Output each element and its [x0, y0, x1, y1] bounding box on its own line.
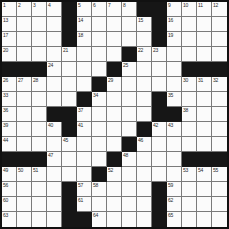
- cell-r7c1[interactable]: [17, 107, 32, 122]
- cell-r9c7[interactable]: [107, 137, 122, 152]
- black-cell-r7c4: [62, 107, 77, 122]
- black-cell-r9c8: [122, 137, 137, 152]
- clue-number: 9: [168, 2, 171, 8]
- cell-r7c6[interactable]: [92, 107, 107, 122]
- black-cell-r7c3: [47, 107, 62, 122]
- cell-r13c1[interactable]: [17, 197, 32, 212]
- cell-r0c13[interactable]: 11: [197, 2, 212, 17]
- cell-r10c5[interactable]: [77, 152, 92, 167]
- cell-r0c2[interactable]: 3: [32, 2, 47, 17]
- cell-r7c13[interactable]: [197, 107, 212, 122]
- black-cell-r4c0: [2, 62, 17, 77]
- cell-r14c1[interactable]: [17, 212, 32, 227]
- cell-r12c7[interactable]: [107, 182, 122, 197]
- cell-r12c6[interactable]: 58: [92, 182, 107, 197]
- cell-r8c5[interactable]: 41: [77, 122, 92, 137]
- black-cell-r13c4: [62, 197, 77, 212]
- cell-r14c2[interactable]: [32, 212, 47, 227]
- cell-r14c6[interactable]: 64: [92, 212, 107, 227]
- cell-r0c6[interactable]: 6: [92, 2, 107, 17]
- cell-r11c10[interactable]: [152, 167, 167, 182]
- cell-r10c10[interactable]: [152, 152, 167, 167]
- cell-r6c11[interactable]: 35: [167, 92, 182, 107]
- cell-r12c8[interactable]: [122, 182, 137, 197]
- clue-number: 5: [78, 2, 81, 8]
- black-cell-r2c4: [62, 32, 77, 47]
- black-cell-r14c10: [152, 212, 167, 227]
- black-cell-r14c5: [77, 212, 92, 227]
- cell-r11c12[interactable]: 53: [182, 167, 197, 182]
- cell-r5c13[interactable]: 31: [197, 77, 212, 92]
- cell-r9c5[interactable]: [77, 137, 92, 152]
- black-cell-r4c7: [107, 62, 122, 77]
- cell-r12c14[interactable]: [212, 182, 227, 197]
- cell-r1c3[interactable]: [47, 17, 62, 32]
- clue-number: 39: [3, 122, 8, 128]
- cell-r3c5[interactable]: [77, 47, 92, 62]
- cell-r8c8[interactable]: [122, 122, 137, 137]
- clue-number: 16: [168, 17, 173, 23]
- cell-r8c1[interactable]: [17, 122, 32, 137]
- cell-r6c9[interactable]: [137, 92, 152, 107]
- cell-r6c1[interactable]: [17, 92, 32, 107]
- cell-r1c1[interactable]: [17, 17, 32, 32]
- clue-number: 43: [168, 122, 173, 128]
- cell-r1c11[interactable]: 16: [167, 17, 182, 32]
- clue-number: 62: [168, 197, 173, 203]
- cell-r9c0[interactable]: 44: [2, 137, 17, 152]
- cell-r6c13[interactable]: [197, 92, 212, 107]
- cell-r11c3[interactable]: [47, 167, 62, 182]
- cell-r14c8[interactable]: [122, 212, 137, 227]
- clue-number: 2: [18, 2, 21, 8]
- cell-r11c13[interactable]: 54: [197, 167, 212, 182]
- black-cell-r10c14: [212, 152, 227, 167]
- cell-r11c7[interactable]: 52: [107, 167, 122, 182]
- cell-r10c3[interactable]: 47: [47, 152, 62, 167]
- black-cell-r8c4: [62, 122, 77, 137]
- black-cell-r10c0: [2, 152, 17, 167]
- clue-number: 48: [123, 152, 128, 158]
- clue-number: 11: [198, 2, 203, 8]
- cell-r1c8[interactable]: [122, 17, 137, 32]
- cell-r6c8[interactable]: [122, 92, 137, 107]
- cell-r13c9[interactable]: [137, 197, 152, 212]
- cell-r13c2[interactable]: [32, 197, 47, 212]
- black-cell-r12c4: [62, 182, 77, 197]
- clue-number: 51: [33, 167, 38, 173]
- cell-r4c9[interactable]: [137, 62, 152, 77]
- cell-r10c8[interactable]: 48: [122, 152, 137, 167]
- black-cell-r14c4: [62, 212, 77, 227]
- black-cell-r4c1: [17, 62, 32, 77]
- clue-number: 36: [3, 107, 8, 113]
- black-cell-r1c4: [62, 17, 77, 32]
- cell-r5c14[interactable]: 32: [212, 77, 227, 92]
- cell-r1c14[interactable]: [212, 17, 227, 32]
- cell-r13c11[interactable]: 62: [167, 197, 182, 212]
- cell-r11c5[interactable]: [77, 167, 92, 182]
- clue-number: 46: [138, 137, 143, 143]
- cell-r2c3[interactable]: [47, 32, 62, 47]
- clue-number: 32: [213, 77, 218, 83]
- clue-number: 54: [198, 167, 203, 173]
- cell-r11c14[interactable]: 55: [212, 167, 227, 182]
- cell-r11c1[interactable]: 50: [17, 167, 32, 182]
- cell-r5c12[interactable]: 30: [182, 77, 197, 92]
- cell-r0c3[interactable]: 4: [47, 2, 62, 17]
- cell-r8c10[interactable]: 42: [152, 122, 167, 137]
- cell-r10c6[interactable]: [92, 152, 107, 167]
- black-cell-r10c7: [107, 152, 122, 167]
- cell-r14c11[interactable]: 65: [167, 212, 182, 227]
- cell-r7c7[interactable]: [107, 107, 122, 122]
- clue-number: 34: [93, 92, 98, 98]
- cell-r0c8[interactable]: 8: [122, 2, 137, 17]
- cell-r13c5[interactable]: 61: [77, 197, 92, 212]
- cell-r1c12[interactable]: [182, 17, 197, 32]
- clue-number: 10: [183, 2, 188, 8]
- clue-number: 21: [63, 47, 68, 53]
- cell-r1c2[interactable]: [32, 17, 47, 32]
- clue-number: 4: [48, 2, 51, 8]
- cell-r2c14[interactable]: [212, 32, 227, 47]
- black-cell-r0c4: [62, 2, 77, 17]
- cell-r3c0[interactable]: 20: [2, 47, 17, 62]
- clue-number: 59: [168, 182, 173, 188]
- black-cell-r4c12: [182, 62, 197, 77]
- cell-r5c3[interactable]: [47, 77, 62, 92]
- cell-r5c11[interactable]: [167, 77, 182, 92]
- cell-r0c12[interactable]: 10: [182, 2, 197, 17]
- cell-r2c8[interactable]: [122, 32, 137, 47]
- clue-number: 38: [183, 107, 188, 113]
- clue-number: 55: [213, 167, 218, 173]
- black-cell-r10c13: [197, 152, 212, 167]
- black-cell-r8c9: [137, 122, 152, 137]
- clue-number: 6: [93, 2, 96, 8]
- cell-r8c6[interactable]: [92, 122, 107, 137]
- cell-r12c12[interactable]: [182, 182, 197, 197]
- cell-r3c13[interactable]: [197, 47, 212, 62]
- black-cell-r0c9: [137, 2, 152, 17]
- cell-r0c14[interactable]: 12: [212, 2, 227, 17]
- cell-r1c9[interactable]: 15: [137, 17, 152, 32]
- cell-r10c9[interactable]: [137, 152, 152, 167]
- cell-r8c12[interactable]: [182, 122, 197, 137]
- cell-r3c14[interactable]: [212, 47, 227, 62]
- black-cell-r4c2: [32, 62, 47, 77]
- cell-r2c1[interactable]: [17, 32, 32, 47]
- cell-r4c6[interactable]: [92, 62, 107, 77]
- clue-number: 41: [78, 122, 83, 128]
- cell-r3c9[interactable]: 22: [137, 47, 152, 62]
- cell-r1c0[interactable]: 13: [2, 17, 17, 32]
- cell-r6c6[interactable]: 34: [92, 92, 107, 107]
- black-cell-r10c12: [182, 152, 197, 167]
- cell-r12c2[interactable]: [32, 182, 47, 197]
- cell-r8c14[interactable]: [212, 122, 227, 137]
- clue-number: 56: [3, 182, 8, 188]
- cell-r8c7[interactable]: [107, 122, 122, 137]
- cell-r9c6[interactable]: [92, 137, 107, 152]
- clue-number: 37: [78, 107, 83, 113]
- clue-number: 60: [3, 197, 8, 203]
- cell-r2c12[interactable]: [182, 32, 197, 47]
- cell-r6c3[interactable]: [47, 92, 62, 107]
- cell-r0c0[interactable]: 1: [2, 2, 17, 17]
- cell-r7c8[interactable]: [122, 107, 137, 122]
- cell-r13c6[interactable]: [92, 197, 107, 212]
- clue-number: 47: [48, 152, 53, 158]
- cell-r12c0[interactable]: 56: [2, 182, 17, 197]
- black-cell-r10c2: [32, 152, 47, 167]
- cell-r3c2[interactable]: [32, 47, 47, 62]
- clue-number: 20: [3, 47, 8, 53]
- cell-r12c13[interactable]: [197, 182, 212, 197]
- clue-number: 24: [48, 62, 53, 68]
- cell-r2c13[interactable]: [197, 32, 212, 47]
- cell-r11c2[interactable]: 51: [32, 167, 47, 182]
- cell-r6c14[interactable]: [212, 92, 227, 107]
- clue-number: 29: [108, 77, 113, 83]
- clue-number: 44: [3, 137, 8, 143]
- cell-r10c4[interactable]: [62, 152, 77, 167]
- cell-r8c0[interactable]: 39: [2, 122, 17, 137]
- cell-r14c9[interactable]: [137, 212, 152, 227]
- cell-r0c1[interactable]: 2: [17, 2, 32, 17]
- cell-r2c5[interactable]: 18: [77, 32, 92, 47]
- clue-number: 57: [78, 182, 83, 188]
- clue-number: 45: [63, 137, 68, 143]
- cell-r12c1[interactable]: [17, 182, 32, 197]
- cell-r14c12[interactable]: [182, 212, 197, 227]
- black-cell-r10c1: [17, 152, 32, 167]
- black-cell-r4c13: [197, 62, 212, 77]
- black-cell-r1c10: [152, 17, 167, 32]
- cell-r9c1[interactable]: [17, 137, 32, 152]
- cell-r9c9[interactable]: 46: [137, 137, 152, 152]
- clue-number: 13: [3, 17, 8, 23]
- cell-r7c14[interactable]: [212, 107, 227, 122]
- black-cell-r7c10: [152, 107, 167, 122]
- clue-number: 33: [3, 92, 8, 98]
- clue-number: 58: [93, 182, 98, 188]
- cell-r13c7[interactable]: [107, 197, 122, 212]
- cell-r1c5[interactable]: 14: [77, 17, 92, 32]
- cell-r11c0[interactable]: 49: [2, 167, 17, 182]
- cell-r12c9[interactable]: [137, 182, 152, 197]
- clue-number: 27: [18, 77, 23, 83]
- cell-r0c11[interactable]: 9: [167, 2, 182, 17]
- clue-number: 1: [3, 2, 6, 8]
- cell-r4c10[interactable]: [152, 62, 167, 77]
- black-cell-r0c10: [152, 2, 167, 17]
- cell-r9c11[interactable]: [167, 137, 182, 152]
- clue-number: 35: [168, 92, 173, 98]
- clue-number: 28: [33, 77, 38, 83]
- clue-number: 49: [3, 167, 8, 173]
- cell-r8c11[interactable]: 43: [167, 122, 182, 137]
- clue-number: 15: [138, 17, 143, 23]
- cell-r7c2[interactable]: [32, 107, 47, 122]
- cell-r11c4[interactable]: [62, 167, 77, 182]
- cell-r14c13[interactable]: [197, 212, 212, 227]
- black-cell-r6c5: [77, 92, 92, 107]
- cell-r9c3[interactable]: [47, 137, 62, 152]
- cell-r9c12[interactable]: [182, 137, 197, 152]
- crossword-board: 1234567891011121314151617181920212223242…: [0, 0, 229, 229]
- cell-r7c9[interactable]: [137, 107, 152, 122]
- cell-r2c0[interactable]: 17: [2, 32, 17, 47]
- cell-r6c4[interactable]: [62, 92, 77, 107]
- cell-r12c5[interactable]: 57: [77, 182, 92, 197]
- cell-r5c5[interactable]: [77, 77, 92, 92]
- cell-r13c0[interactable]: 60: [2, 197, 17, 212]
- cell-r10c11[interactable]: [167, 152, 182, 167]
- cell-r9c14[interactable]: [212, 137, 227, 152]
- cell-r1c13[interactable]: [197, 17, 212, 32]
- cell-r11c11[interactable]: [167, 167, 182, 182]
- cell-r11c8[interactable]: [122, 167, 137, 182]
- cell-r12c11[interactable]: 59: [167, 182, 182, 197]
- cell-r6c12[interactable]: [182, 92, 197, 107]
- black-cell-r3c8: [122, 47, 137, 62]
- cell-r4c8[interactable]: 25: [122, 62, 137, 77]
- clue-number: 18: [78, 32, 83, 38]
- clue-number: 26: [3, 77, 8, 83]
- cell-r0c5[interactable]: 5: [77, 2, 92, 17]
- cell-r4c4[interactable]: [62, 62, 77, 77]
- cell-r4c5[interactable]: [77, 62, 92, 77]
- cell-r1c7[interactable]: [107, 17, 122, 32]
- cell-r7c12[interactable]: 38: [182, 107, 197, 122]
- clue-number: 42: [153, 122, 158, 128]
- cell-r0c7[interactable]: 7: [107, 2, 122, 17]
- cell-r6c0[interactable]: 33: [2, 92, 17, 107]
- clue-number: 53: [183, 167, 188, 173]
- cell-r3c1[interactable]: [17, 47, 32, 62]
- cell-r4c11[interactable]: [167, 62, 182, 77]
- cell-r3c12[interactable]: [182, 47, 197, 62]
- cell-r2c11[interactable]: 19: [167, 32, 182, 47]
- cell-r3c11[interactable]: [167, 47, 182, 62]
- clue-number: 50: [18, 167, 23, 173]
- clue-number: 8: [123, 2, 126, 8]
- cell-r2c7[interactable]: [107, 32, 122, 47]
- cell-r5c10[interactable]: [152, 77, 167, 92]
- cell-r5c0[interactable]: 26: [2, 77, 17, 92]
- cell-r3c4[interactable]: 21: [62, 47, 77, 62]
- black-cell-r11c6: [92, 167, 107, 182]
- cell-r14c0[interactable]: 63: [2, 212, 17, 227]
- clue-number: 64: [93, 212, 98, 218]
- cell-r6c7[interactable]: [107, 92, 122, 107]
- cell-r9c2[interactable]: [32, 137, 47, 152]
- cell-r14c7[interactable]: [107, 212, 122, 227]
- cell-r5c4[interactable]: [62, 77, 77, 92]
- cell-r2c2[interactable]: [32, 32, 47, 47]
- cell-r5c7[interactable]: 29: [107, 77, 122, 92]
- cell-r8c13[interactable]: [197, 122, 212, 137]
- cell-r1c6[interactable]: [92, 17, 107, 32]
- cell-r2c9[interactable]: [137, 32, 152, 47]
- cell-r9c10[interactable]: [152, 137, 167, 152]
- black-cell-r12c10: [152, 182, 167, 197]
- cell-r8c3[interactable]: 40: [47, 122, 62, 137]
- cell-r5c2[interactable]: 28: [32, 77, 47, 92]
- clue-number: 14: [78, 17, 83, 23]
- black-cell-r6c10: [152, 92, 167, 107]
- cell-r3c3[interactable]: [47, 47, 62, 62]
- cell-r3c7[interactable]: [107, 47, 122, 62]
- cell-r5c1[interactable]: 27: [17, 77, 32, 92]
- cell-r8c2[interactable]: [32, 122, 47, 137]
- clue-number: 23: [153, 47, 158, 53]
- clue-number: 7: [108, 2, 111, 8]
- cell-r14c14[interactable]: [212, 212, 227, 227]
- clue-number: 30: [183, 77, 188, 83]
- cell-r4c3[interactable]: 24: [47, 62, 62, 77]
- clue-number: 17: [3, 32, 8, 38]
- clue-number: 3: [33, 2, 36, 8]
- clue-number: 12: [213, 2, 218, 8]
- cell-r5c9[interactable]: [137, 77, 152, 92]
- clue-number: 19: [168, 32, 173, 38]
- clue-number: 40: [48, 122, 53, 128]
- cell-r9c13[interactable]: [197, 137, 212, 152]
- cell-r3c10[interactable]: 23: [152, 47, 167, 62]
- cell-r2c6[interactable]: [92, 32, 107, 47]
- clue-number: 63: [3, 212, 8, 218]
- black-cell-r13c10: [152, 197, 167, 212]
- clue-number: 65: [168, 212, 173, 218]
- cell-r7c5[interactable]: 37: [77, 107, 92, 122]
- cell-r13c13[interactable]: [197, 197, 212, 212]
- cell-r13c3[interactable]: [47, 197, 62, 212]
- cell-r11c9[interactable]: [137, 167, 152, 182]
- clue-number: 31: [198, 77, 203, 83]
- clue-number: 52: [108, 167, 113, 173]
- clue-number: 25: [123, 62, 128, 68]
- cell-r13c14[interactable]: [212, 197, 227, 212]
- black-cell-r5c6: [92, 77, 107, 92]
- cell-r9c4[interactable]: 45: [62, 137, 77, 152]
- cell-r14c3[interactable]: [47, 212, 62, 227]
- cell-r13c8[interactable]: [122, 197, 137, 212]
- cell-r6c2[interactable]: [32, 92, 47, 107]
- clue-number: 61: [78, 197, 83, 203]
- cell-r7c0[interactable]: 36: [2, 107, 17, 122]
- black-cell-r7c11: [167, 107, 182, 122]
- black-cell-r2c10: [152, 32, 167, 47]
- cell-r3c6[interactable]: [92, 47, 107, 62]
- cell-r5c8[interactable]: [122, 77, 137, 92]
- cell-r13c12[interactable]: [182, 197, 197, 212]
- clue-number: 22: [138, 47, 143, 53]
- cell-r12c3[interactable]: [47, 182, 62, 197]
- black-cell-r4c14: [212, 62, 227, 77]
